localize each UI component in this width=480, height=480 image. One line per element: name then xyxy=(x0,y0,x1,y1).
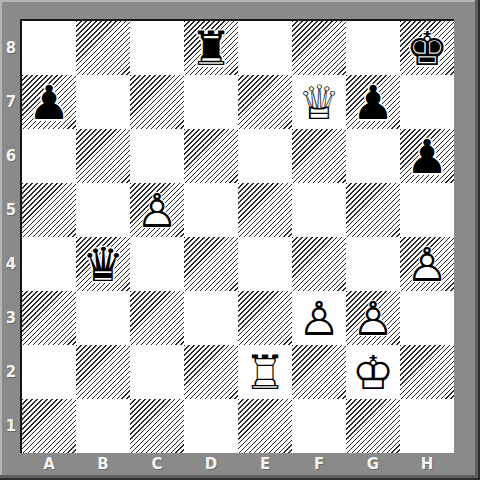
square-h5[interactable] xyxy=(400,183,454,237)
file-labels: ABCDEFGH xyxy=(22,453,454,477)
square-e3[interactable] xyxy=(238,291,292,345)
square-b8[interactable] xyxy=(76,21,130,75)
square-e6[interactable] xyxy=(238,129,292,183)
chess-diagram-frame: 87654321 ♜♚♟♛♕♟♟♟♙♛♟♙♟♙♟♙♜♖♚♔ ABCDEFGH xyxy=(0,0,480,480)
piece-outline: ♔ xyxy=(346,345,400,399)
file-label-e: E xyxy=(238,453,292,477)
square-d6[interactable] xyxy=(184,129,238,183)
piece-outline: ♙ xyxy=(130,183,184,237)
square-c7[interactable] xyxy=(130,75,184,129)
white-rook[interactable]: ♜♖ xyxy=(238,345,292,399)
piece-fill: ♟ xyxy=(22,75,76,129)
square-c8[interactable] xyxy=(130,21,184,75)
rank-label-1: 1 xyxy=(2,399,20,453)
rank-label-6: 6 xyxy=(2,129,20,183)
square-e4[interactable] xyxy=(238,237,292,291)
square-g7[interactable]: ♟ xyxy=(346,75,400,129)
rank-label-4: 4 xyxy=(2,237,20,291)
square-c5[interactable]: ♟♙ xyxy=(130,183,184,237)
square-a3[interactable] xyxy=(22,291,76,345)
square-a7[interactable]: ♟ xyxy=(22,75,76,129)
square-f4[interactable] xyxy=(292,237,346,291)
piece-fill: ♟ xyxy=(400,129,454,183)
square-d8[interactable]: ♜ xyxy=(184,21,238,75)
file-label-f: F xyxy=(292,453,346,477)
square-d4[interactable] xyxy=(184,237,238,291)
square-h7[interactable] xyxy=(400,75,454,129)
black-pawn[interactable]: ♟ xyxy=(400,129,454,183)
square-e7[interactable] xyxy=(238,75,292,129)
square-d7[interactable] xyxy=(184,75,238,129)
piece-fill: ♟ xyxy=(346,75,400,129)
square-a5[interactable] xyxy=(22,183,76,237)
piece-fill: ♛ xyxy=(76,237,130,291)
file-label-h: H xyxy=(400,453,454,477)
black-pawn[interactable]: ♟ xyxy=(22,75,76,129)
black-pawn[interactable]: ♟ xyxy=(346,75,400,129)
black-queen[interactable]: ♛ xyxy=(76,237,130,291)
square-f8[interactable] xyxy=(292,21,346,75)
rank-label-5: 5 xyxy=(2,183,20,237)
square-h2[interactable] xyxy=(400,345,454,399)
square-f6[interactable] xyxy=(292,129,346,183)
rank-label-7: 7 xyxy=(2,75,20,129)
square-h6[interactable]: ♟ xyxy=(400,129,454,183)
square-a6[interactable] xyxy=(22,129,76,183)
square-e1[interactable] xyxy=(238,399,292,453)
white-pawn[interactable]: ♟♙ xyxy=(130,183,184,237)
piece-outline: ♖ xyxy=(238,345,292,399)
piece-outline: ♙ xyxy=(400,237,454,291)
white-pawn[interactable]: ♟♙ xyxy=(400,237,454,291)
square-b2[interactable] xyxy=(76,345,130,399)
square-b3[interactable] xyxy=(76,291,130,345)
square-b6[interactable] xyxy=(76,129,130,183)
square-f2[interactable] xyxy=(292,345,346,399)
square-f1[interactable] xyxy=(292,399,346,453)
square-g2[interactable]: ♚♔ xyxy=(346,345,400,399)
square-g5[interactable] xyxy=(346,183,400,237)
square-h8[interactable]: ♚ xyxy=(400,21,454,75)
square-b4[interactable]: ♛ xyxy=(76,237,130,291)
square-a1[interactable] xyxy=(22,399,76,453)
square-e5[interactable] xyxy=(238,183,292,237)
square-h1[interactable] xyxy=(400,399,454,453)
white-queen[interactable]: ♛♕ xyxy=(292,75,346,129)
file-label-c: C xyxy=(130,453,184,477)
rank-label-2: 2 xyxy=(2,345,20,399)
square-a2[interactable] xyxy=(22,345,76,399)
rank-labels: 87654321 xyxy=(2,21,20,453)
square-h3[interactable] xyxy=(400,291,454,345)
square-b5[interactable] xyxy=(76,183,130,237)
square-g8[interactable] xyxy=(346,21,400,75)
square-e2[interactable]: ♜♖ xyxy=(238,345,292,399)
square-g1[interactable] xyxy=(346,399,400,453)
file-label-d: D xyxy=(184,453,238,477)
square-a4[interactable] xyxy=(22,237,76,291)
square-h4[interactable]: ♟♙ xyxy=(400,237,454,291)
square-d3[interactable] xyxy=(184,291,238,345)
square-a8[interactable] xyxy=(22,21,76,75)
piece-outline: ♙ xyxy=(292,291,346,345)
square-c6[interactable] xyxy=(130,129,184,183)
piece-outline: ♕ xyxy=(292,75,346,129)
square-f7[interactable]: ♛♕ xyxy=(292,75,346,129)
square-c1[interactable] xyxy=(130,399,184,453)
square-e8[interactable] xyxy=(238,21,292,75)
piece-fill: ♜ xyxy=(184,21,238,75)
black-rook[interactable]: ♜ xyxy=(184,21,238,75)
white-pawn[interactable]: ♟♙ xyxy=(292,291,346,345)
square-d2[interactable] xyxy=(184,345,238,399)
piece-fill: ♚ xyxy=(400,21,454,75)
white-pawn[interactable]: ♟♙ xyxy=(346,291,400,345)
black-king[interactable]: ♚ xyxy=(400,21,454,75)
rank-label-8: 8 xyxy=(2,21,20,75)
square-f3[interactable]: ♟♙ xyxy=(292,291,346,345)
chess-board: ♜♚♟♛♕♟♟♟♙♛♟♙♟♙♟♙♜♖♚♔ xyxy=(20,19,454,453)
file-label-b: B xyxy=(76,453,130,477)
square-f5[interactable] xyxy=(292,183,346,237)
piece-outline: ♙ xyxy=(346,291,400,345)
square-c3[interactable] xyxy=(130,291,184,345)
square-g6[interactable] xyxy=(346,129,400,183)
square-c4[interactable] xyxy=(130,237,184,291)
square-b7[interactable] xyxy=(76,75,130,129)
square-c2[interactable] xyxy=(130,345,184,399)
square-b1[interactable] xyxy=(76,399,130,453)
square-g4[interactable] xyxy=(346,237,400,291)
square-d1[interactable] xyxy=(184,399,238,453)
file-label-a: A xyxy=(22,453,76,477)
file-label-g: G xyxy=(346,453,400,477)
rank-label-3: 3 xyxy=(2,291,20,345)
square-d5[interactable] xyxy=(184,183,238,237)
white-king[interactable]: ♚♔ xyxy=(346,345,400,399)
square-g3[interactable]: ♟♙ xyxy=(346,291,400,345)
